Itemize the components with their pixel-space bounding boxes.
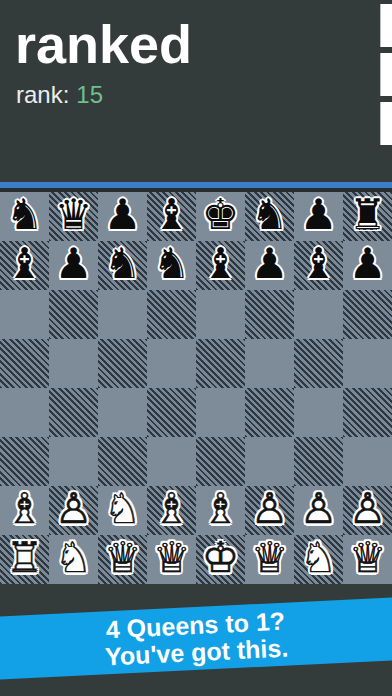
white-piece-glyph: ♛ [343, 537, 392, 579]
square-f2[interactable]: ♟♙ [245, 486, 294, 535]
square-h3[interactable] [343, 437, 392, 486]
square-g4[interactable] [294, 388, 343, 437]
white-piece-outline-glyph: ♗ [0, 488, 49, 530]
white-piece-outline-glyph: ♔ [196, 537, 245, 579]
square-d8[interactable]: ♝ [147, 192, 196, 241]
square-g2[interactable]: ♟♙ [294, 486, 343, 535]
piece-black-b-g7[interactable]: ♝ [294, 241, 343, 290]
black-piece-glyph: ♟ [294, 194, 343, 236]
white-piece-outline-glyph: ♗ [147, 488, 196, 530]
piece-white-n-g1[interactable]: ♞♘ [294, 535, 343, 584]
white-piece-glyph: ♛ [245, 537, 294, 579]
square-a4[interactable] [0, 388, 49, 437]
white-piece-glyph: ♞ [98, 488, 147, 530]
status-banner: 4 Queens to 1? You've got this. [0, 597, 392, 681]
square-h7[interactable]: ♟ [343, 241, 392, 290]
white-piece-outline-glyph: ♙ [294, 488, 343, 530]
square-e6[interactable] [196, 290, 245, 339]
white-piece-outline-glyph: ♕ [147, 537, 196, 579]
black-piece-glyph: ♟ [49, 243, 98, 285]
piece-black-k-e8[interactable]: ♚ [196, 192, 245, 241]
piece-white-q-h1[interactable]: ♛♕ [343, 535, 392, 584]
square-b4[interactable] [49, 388, 98, 437]
square-g3[interactable] [294, 437, 343, 486]
square-a6[interactable] [0, 290, 49, 339]
square-c8[interactable]: ♟ [98, 192, 147, 241]
square-h5[interactable] [343, 339, 392, 388]
white-piece-glyph: ♝ [147, 488, 196, 530]
square-a2[interactable]: ♝♗ [0, 486, 49, 535]
piece-white-q-f1[interactable]: ♛♕ [245, 535, 294, 584]
white-piece-outline-glyph: ♘ [49, 537, 98, 579]
square-d5[interactable] [147, 339, 196, 388]
piece-white-b-d2[interactable]: ♝♗ [147, 486, 196, 535]
square-d3[interactable] [147, 437, 196, 486]
white-piece-glyph: ♝ [0, 488, 49, 530]
square-c7[interactable]: ♞ [98, 241, 147, 290]
piece-black-p-b7[interactable]: ♟ [49, 241, 98, 290]
piece-white-r-a1[interactable]: ♜♖ [0, 535, 49, 584]
square-e1[interactable]: ♚♔ [196, 535, 245, 584]
square-c1[interactable]: ♛♕ [98, 535, 147, 584]
square-d1[interactable]: ♛♕ [147, 535, 196, 584]
square-e4[interactable] [196, 388, 245, 437]
white-piece-outline-glyph: ♙ [245, 488, 294, 530]
square-e7[interactable]: ♝ [196, 241, 245, 290]
stack-menu-icon[interactable] [380, 4, 392, 145]
rank-row: rank:15 [0, 81, 392, 109]
white-piece-outline-glyph: ♘ [294, 537, 343, 579]
white-piece-glyph: ♝ [196, 488, 245, 530]
piece-white-p-f2[interactable]: ♟♙ [245, 486, 294, 535]
square-e8[interactable]: ♚ [196, 192, 245, 241]
white-piece-glyph: ♚ [196, 537, 245, 579]
square-a8[interactable]: ♞ [0, 192, 49, 241]
square-h1[interactable]: ♛♕ [343, 535, 392, 584]
square-f3[interactable] [245, 437, 294, 486]
square-f5[interactable] [245, 339, 294, 388]
square-c5[interactable] [98, 339, 147, 388]
square-h8[interactable]: ♜ [343, 192, 392, 241]
square-h6[interactable] [343, 290, 392, 339]
square-g8[interactable]: ♟ [294, 192, 343, 241]
white-piece-outline-glyph: ♕ [343, 537, 392, 579]
header: ranked rank:15 [0, 0, 392, 182]
black-piece-glyph: ♝ [196, 243, 245, 285]
black-piece-glyph: ♞ [0, 194, 49, 236]
square-f1[interactable]: ♛♕ [245, 535, 294, 584]
white-piece-outline-glyph: ♕ [245, 537, 294, 579]
white-piece-glyph: ♟ [294, 488, 343, 530]
piece-black-n-f8[interactable]: ♞ [245, 192, 294, 241]
piece-white-q-d1[interactable]: ♛♕ [147, 535, 196, 584]
square-a1[interactable]: ♜♖ [0, 535, 49, 584]
black-piece-glyph: ♞ [98, 243, 147, 285]
square-c3[interactable] [98, 437, 147, 486]
square-a3[interactable] [0, 437, 49, 486]
white-piece-glyph: ♟ [343, 488, 392, 530]
piece-white-q-c1[interactable]: ♛♕ [98, 535, 147, 584]
piece-white-p-h2[interactable]: ♟♙ [343, 486, 392, 535]
square-c6[interactable] [98, 290, 147, 339]
square-g5[interactable] [294, 339, 343, 388]
piece-black-p-g8[interactable]: ♟ [294, 192, 343, 241]
white-piece-glyph: ♜ [0, 537, 49, 579]
white-piece-glyph: ♞ [49, 537, 98, 579]
black-piece-glyph: ♞ [147, 243, 196, 285]
black-piece-glyph: ♟ [343, 243, 392, 285]
square-a7[interactable]: ♝ [0, 241, 49, 290]
piece-black-r-h8[interactable]: ♜ [343, 192, 392, 241]
piece-white-b-e2[interactable]: ♝♗ [196, 486, 245, 535]
square-b3[interactable] [49, 437, 98, 486]
square-b5[interactable] [49, 339, 98, 388]
really-bad-chess-app: ranked rank:15 ♞♛♟♝♚♞♟♜♝♟♞♞♝♟♝♟♝♗♟♙♞♘♝♗♝… [0, 0, 392, 696]
square-g7[interactable]: ♝ [294, 241, 343, 290]
square-d2[interactable]: ♝♗ [147, 486, 196, 535]
piece-black-n-c7[interactable]: ♞ [98, 241, 147, 290]
black-piece-glyph: ♟ [98, 194, 147, 236]
piece-white-p-g2[interactable]: ♟♙ [294, 486, 343, 535]
white-piece-outline-glyph: ♘ [98, 488, 147, 530]
square-b7[interactable]: ♟ [49, 241, 98, 290]
square-b6[interactable] [49, 290, 98, 339]
square-h4[interactable] [343, 388, 392, 437]
white-piece-outline-glyph: ♙ [343, 488, 392, 530]
piece-black-p-c8[interactable]: ♟ [98, 192, 147, 241]
rank-value: 15 [76, 81, 103, 108]
square-d4[interactable] [147, 388, 196, 437]
square-h2[interactable]: ♟♙ [343, 486, 392, 535]
piece-black-p-h7[interactable]: ♟ [343, 241, 392, 290]
square-f4[interactable] [245, 388, 294, 437]
square-d6[interactable] [147, 290, 196, 339]
square-c2[interactable]: ♞♘ [98, 486, 147, 535]
piece-white-p-b2[interactable]: ♟♙ [49, 486, 98, 535]
square-e3[interactable] [196, 437, 245, 486]
square-d7[interactable]: ♞ [147, 241, 196, 290]
white-piece-glyph: ♛ [147, 537, 196, 579]
white-piece-outline-glyph: ♖ [0, 537, 49, 579]
white-piece-outline-glyph: ♕ [98, 537, 147, 579]
black-piece-glyph: ♟ [245, 243, 294, 285]
white-piece-glyph: ♞ [294, 537, 343, 579]
black-piece-glyph: ♛ [49, 194, 98, 236]
black-piece-glyph: ♚ [196, 194, 245, 236]
square-b1[interactable]: ♞♘ [49, 535, 98, 584]
white-piece-outline-glyph: ♙ [49, 488, 98, 530]
menu-bar-icon [380, 4, 392, 47]
square-f8[interactable]: ♞ [245, 192, 294, 241]
square-f6[interactable] [245, 290, 294, 339]
square-f7[interactable]: ♟ [245, 241, 294, 290]
rank-label: rank: [16, 81, 69, 108]
square-g6[interactable] [294, 290, 343, 339]
piece-black-p-f7[interactable]: ♟ [245, 241, 294, 290]
page-title: ranked [0, 0, 392, 72]
square-g1[interactable]: ♞♘ [294, 535, 343, 584]
piece-white-n-c2[interactable]: ♞♘ [98, 486, 147, 535]
black-piece-glyph: ♝ [147, 194, 196, 236]
chess-board: ♞♛♟♝♚♞♟♜♝♟♞♞♝♟♝♟♝♗♟♙♞♘♝♗♝♗♟♙♟♙♟♙♜♖♞♘♛♕♛♕… [0, 192, 392, 584]
piece-white-b-a2[interactable]: ♝♗ [0, 486, 49, 535]
black-piece-glyph: ♜ [343, 194, 392, 236]
footer: 4 Queens to 1? You've got this. [0, 584, 392, 696]
black-piece-glyph: ♝ [0, 243, 49, 285]
piece-black-n-a8[interactable]: ♞ [0, 192, 49, 241]
piece-black-b-a7[interactable]: ♝ [0, 241, 49, 290]
piece-black-b-d8[interactable]: ♝ [147, 192, 196, 241]
black-piece-glyph: ♝ [294, 243, 343, 285]
square-c4[interactable] [98, 388, 147, 437]
piece-black-n-d7[interactable]: ♞ [147, 241, 196, 290]
menu-bar-icon [380, 53, 392, 96]
square-b8[interactable]: ♛ [49, 192, 98, 241]
square-e2[interactable]: ♝♗ [196, 486, 245, 535]
menu-bar-icon [380, 102, 392, 145]
square-a5[interactable] [0, 339, 49, 388]
square-e5[interactable] [196, 339, 245, 388]
piece-white-k-e1[interactable]: ♚♔ [196, 535, 245, 584]
square-b2[interactable]: ♟♙ [49, 486, 98, 535]
piece-black-b-e7[interactable]: ♝ [196, 241, 245, 290]
piece-white-n-b1[interactable]: ♞♘ [49, 535, 98, 584]
black-piece-glyph: ♞ [245, 194, 294, 236]
piece-black-q-b8[interactable]: ♛ [49, 192, 98, 241]
white-piece-glyph: ♛ [98, 537, 147, 579]
white-piece-glyph: ♟ [49, 488, 98, 530]
white-piece-outline-glyph: ♗ [196, 488, 245, 530]
white-piece-glyph: ♟ [245, 488, 294, 530]
